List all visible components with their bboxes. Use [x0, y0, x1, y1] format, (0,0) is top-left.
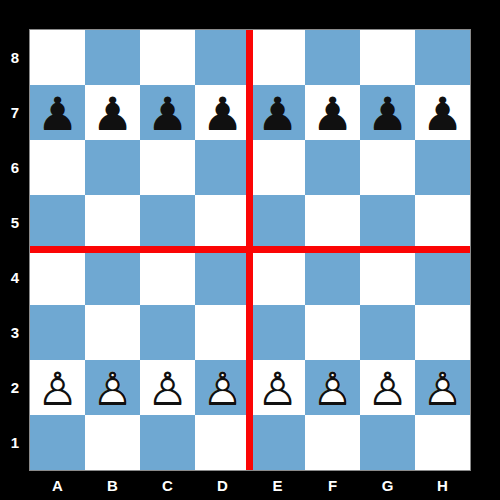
file-label-e: E: [250, 470, 305, 500]
white-pawn[interactable]: ♟♙: [360, 361, 415, 416]
square-h3[interactable]: [415, 305, 470, 360]
square-h1[interactable]: [415, 415, 470, 470]
rank-label-8: 8: [0, 30, 30, 85]
square-g7[interactable]: ♟: [360, 85, 415, 140]
square-c2[interactable]: ♟♙: [140, 360, 195, 415]
square-e5[interactable]: [250, 195, 305, 250]
square-c1[interactable]: [140, 415, 195, 470]
white-pawn[interactable]: ♟♙: [85, 361, 140, 416]
pawn-outline-glyph: ♙: [85, 361, 140, 416]
pawn-glyph: ♟: [85, 86, 140, 141]
square-a3[interactable]: [30, 305, 85, 360]
pawn-outline-glyph: ♙: [195, 361, 250, 416]
white-pawn[interactable]: ♟♙: [415, 361, 470, 416]
square-c7[interactable]: ♟: [140, 85, 195, 140]
square-f4[interactable]: [305, 250, 360, 305]
pawn-outline-glyph: ♙: [305, 361, 360, 416]
file-labels: A B C D E F G H: [30, 470, 470, 500]
pawn-glyph: ♟: [195, 86, 250, 141]
white-pawn[interactable]: ♟♙: [305, 361, 360, 416]
square-c3[interactable]: [140, 305, 195, 360]
square-b1[interactable]: [85, 415, 140, 470]
square-e4[interactable]: [250, 250, 305, 305]
rank-label-4: 4: [0, 250, 30, 305]
pawn-outline-glyph: ♙: [140, 361, 195, 416]
file-label-d: D: [195, 470, 250, 500]
pawn-glyph: ♟: [415, 86, 470, 141]
black-pawn[interactable]: ♟: [195, 86, 250, 141]
square-e2[interactable]: ♟♙: [250, 360, 305, 415]
square-c4[interactable]: [140, 250, 195, 305]
file-label-h: H: [415, 470, 470, 500]
square-f2[interactable]: ♟♙: [305, 360, 360, 415]
rank-label-6: 6: [0, 140, 30, 195]
square-b2[interactable]: ♟♙: [85, 360, 140, 415]
white-pawn[interactable]: ♟♙: [30, 361, 85, 416]
square-b6[interactable]: [85, 140, 140, 195]
square-g8[interactable]: [360, 30, 415, 85]
white-pawn[interactable]: ♟♙: [195, 361, 250, 416]
black-pawn[interactable]: ♟: [305, 86, 360, 141]
file-label-a: A: [30, 470, 85, 500]
square-d1[interactable]: [195, 415, 250, 470]
square-f3[interactable]: [305, 305, 360, 360]
black-pawn[interactable]: ♟: [250, 86, 305, 141]
square-d7[interactable]: ♟: [195, 85, 250, 140]
square-f6[interactable]: [305, 140, 360, 195]
square-f8[interactable]: [305, 30, 360, 85]
square-d5[interactable]: [195, 195, 250, 250]
square-f5[interactable]: [305, 195, 360, 250]
square-d3[interactable]: [195, 305, 250, 360]
square-e1[interactable]: [250, 415, 305, 470]
square-e8[interactable]: [250, 30, 305, 85]
square-d2[interactable]: ♟♙: [195, 360, 250, 415]
square-a6[interactable]: [30, 140, 85, 195]
file-label-g: G: [360, 470, 415, 500]
pawn-outline-glyph: ♙: [250, 361, 305, 416]
square-g3[interactable]: [360, 305, 415, 360]
rank-label-3: 3: [0, 305, 30, 360]
pawn-glyph: ♟: [250, 86, 305, 141]
file-label-f: F: [305, 470, 360, 500]
black-pawn[interactable]: ♟: [415, 86, 470, 141]
chessboard-screenshot: ♟♟♟♟♟♟♟♟♟♙♟♙♟♙♟♙♟♙♟♙♟♙♟♙ 8 7 6 5 4 3 2 1…: [0, 0, 500, 500]
square-c8[interactable]: [140, 30, 195, 85]
rank-label-5: 5: [0, 195, 30, 250]
square-a4[interactable]: [30, 250, 85, 305]
square-h6[interactable]: [415, 140, 470, 195]
file-label-c: C: [140, 470, 195, 500]
black-pawn[interactable]: ♟: [85, 86, 140, 141]
rank-label-7: 7: [0, 85, 30, 140]
square-h8[interactable]: [415, 30, 470, 85]
quadrant-line-horizontal: [30, 246, 470, 253]
square-a5[interactable]: [30, 195, 85, 250]
square-d6[interactable]: [195, 140, 250, 195]
square-b3[interactable]: [85, 305, 140, 360]
square-d4[interactable]: [195, 250, 250, 305]
square-e3[interactable]: [250, 305, 305, 360]
square-h5[interactable]: [415, 195, 470, 250]
pawn-glyph: ♟: [140, 86, 195, 141]
square-f7[interactable]: ♟: [305, 85, 360, 140]
square-e6[interactable]: [250, 140, 305, 195]
square-g2[interactable]: ♟♙: [360, 360, 415, 415]
square-e7[interactable]: ♟: [250, 85, 305, 140]
pawn-outline-glyph: ♙: [415, 361, 470, 416]
square-a2[interactable]: ♟♙: [30, 360, 85, 415]
square-g5[interactable]: [360, 195, 415, 250]
white-pawn[interactable]: ♟♙: [250, 361, 305, 416]
black-pawn[interactable]: ♟: [30, 86, 85, 141]
pawn-glyph: ♟: [30, 86, 85, 141]
square-c6[interactable]: [140, 140, 195, 195]
black-pawn[interactable]: ♟: [360, 86, 415, 141]
square-g4[interactable]: [360, 250, 415, 305]
square-g1[interactable]: [360, 415, 415, 470]
pawn-glyph: ♟: [360, 86, 415, 141]
square-a7[interactable]: ♟: [30, 85, 85, 140]
pawn-glyph: ♟: [305, 86, 360, 141]
file-label-b: B: [85, 470, 140, 500]
square-a8[interactable]: [30, 30, 85, 85]
square-b5[interactable]: [85, 195, 140, 250]
pawn-outline-glyph: ♙: [360, 361, 415, 416]
square-h7[interactable]: ♟: [415, 85, 470, 140]
square-a1[interactable]: [30, 415, 85, 470]
square-h2[interactable]: ♟♙: [415, 360, 470, 415]
square-b7[interactable]: ♟: [85, 85, 140, 140]
square-f1[interactable]: [305, 415, 360, 470]
rank-label-1: 1: [0, 415, 30, 470]
square-h4[interactable]: [415, 250, 470, 305]
square-b4[interactable]: [85, 250, 140, 305]
rank-label-2: 2: [0, 360, 30, 415]
square-d8[interactable]: [195, 30, 250, 85]
square-g6[interactable]: [360, 140, 415, 195]
black-pawn[interactable]: ♟: [140, 86, 195, 141]
pawn-outline-glyph: ♙: [30, 361, 85, 416]
rank-labels: 8 7 6 5 4 3 2 1: [0, 30, 30, 470]
square-c5[interactable]: [140, 195, 195, 250]
square-b8[interactable]: [85, 30, 140, 85]
white-pawn[interactable]: ♟♙: [140, 361, 195, 416]
